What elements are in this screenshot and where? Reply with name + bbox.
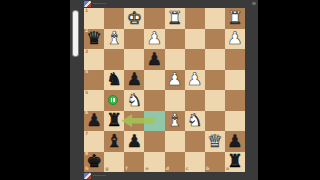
top-player-avatar bbox=[84, 1, 91, 7]
rank-label-7: 7 bbox=[85, 132, 88, 137]
page-background: ——— 1♚♜♜2♛♝♟♟3♟4♞♟♟♟5♞6♟♜♝♞7♝♟♛♟8h♚gfedc… bbox=[70, 0, 258, 180]
square-h8[interactable]: 8h♚ bbox=[84, 152, 104, 173]
square-b6[interactable] bbox=[205, 111, 225, 132]
square-h7[interactable]: 7 bbox=[84, 131, 104, 152]
rank-label-1: 1 bbox=[85, 9, 88, 14]
black-pawn-h6[interactable]: ♟ bbox=[86, 112, 102, 130]
file-label-e: e bbox=[146, 167, 149, 172]
square-f7[interactable]: ♟ bbox=[124, 131, 144, 152]
square-h2[interactable]: 2♛ bbox=[84, 29, 104, 50]
square-f6[interactable] bbox=[124, 111, 144, 132]
square-c5[interactable] bbox=[185, 90, 205, 111]
square-d2[interactable] bbox=[165, 29, 185, 50]
square-e1[interactable] bbox=[144, 8, 164, 29]
square-f1[interactable]: ♚ bbox=[124, 8, 144, 29]
square-f8[interactable]: f bbox=[124, 152, 144, 173]
file-label-c: c bbox=[186, 167, 189, 172]
white-rook-d1[interactable]: ♜ bbox=[167, 9, 183, 27]
square-e5[interactable] bbox=[144, 90, 164, 111]
square-f4[interactable]: ♟ bbox=[124, 70, 144, 91]
square-f3[interactable] bbox=[124, 49, 144, 70]
black-king-h8[interactable]: ♚ bbox=[86, 153, 102, 171]
square-a2[interactable]: ♟ bbox=[225, 29, 245, 50]
square-c3[interactable] bbox=[185, 49, 205, 70]
square-e7[interactable] bbox=[144, 131, 164, 152]
chess-board[interactable]: 1♚♜♜2♛♝♟♟3♟4♞♟♟♟5♞6♟♜♝♞7♝♟♛♟8h♚gfedcba♜ bbox=[84, 8, 245, 172]
square-g1[interactable] bbox=[104, 8, 124, 29]
black-pawn-a7[interactable]: ♟ bbox=[227, 132, 243, 150]
white-bishop-d6[interactable]: ♝ bbox=[167, 112, 183, 130]
white-pawn-a2[interactable]: ♟ bbox=[227, 30, 243, 48]
square-a7[interactable]: ♟ bbox=[225, 131, 245, 152]
bottom-player-avatar bbox=[84, 173, 91, 179]
white-pawn-c4[interactable]: ♟ bbox=[187, 71, 203, 89]
square-g3[interactable] bbox=[104, 49, 124, 70]
square-a4[interactable] bbox=[225, 70, 245, 91]
white-queen-b7[interactable]: ♛ bbox=[207, 132, 223, 150]
square-e3[interactable]: ♟ bbox=[144, 49, 164, 70]
black-pawn-f4[interactable]: ♟ bbox=[126, 71, 142, 89]
square-d3[interactable] bbox=[165, 49, 185, 70]
square-h4[interactable]: 4 bbox=[84, 70, 104, 91]
black-knight-g4[interactable]: ♞ bbox=[106, 71, 122, 89]
top-player-name: ——— bbox=[93, 2, 107, 7]
square-a5[interactable] bbox=[225, 90, 245, 111]
bottom-player-name: ——— bbox=[93, 174, 107, 179]
rank-label-5: 5 bbox=[85, 91, 88, 96]
rank-label-4: 4 bbox=[85, 70, 88, 75]
file-label-f: f bbox=[125, 167, 127, 172]
square-a3[interactable] bbox=[225, 49, 245, 70]
square-e6[interactable] bbox=[144, 111, 164, 132]
square-g6[interactable]: ♜ bbox=[104, 111, 124, 132]
square-g7[interactable]: ♝ bbox=[104, 131, 124, 152]
pause-icon bbox=[108, 95, 119, 106]
square-b7[interactable]: ♛ bbox=[205, 131, 225, 152]
square-d6[interactable]: ♝ bbox=[165, 111, 185, 132]
square-d5[interactable] bbox=[165, 90, 185, 111]
white-pawn-e2[interactable]: ♟ bbox=[147, 30, 163, 48]
square-e2[interactable]: ♟ bbox=[144, 29, 164, 50]
black-rook-g6[interactable]: ♜ bbox=[106, 112, 122, 130]
square-a6[interactable] bbox=[225, 111, 245, 132]
white-knight-f5[interactable]: ♞ bbox=[126, 91, 142, 109]
square-d7[interactable] bbox=[165, 131, 185, 152]
square-a8[interactable]: a♜ bbox=[225, 152, 245, 173]
scrollbar-thumb[interactable] bbox=[72, 10, 79, 57]
square-g8[interactable]: g bbox=[104, 152, 124, 173]
white-bishop-g2[interactable]: ♝ bbox=[106, 30, 122, 48]
file-label-g: g bbox=[105, 167, 108, 172]
black-pawn-f7[interactable]: ♟ bbox=[126, 132, 142, 150]
square-b5[interactable] bbox=[205, 90, 225, 111]
square-b8[interactable]: b bbox=[205, 152, 225, 173]
square-d8[interactable]: d bbox=[165, 152, 185, 173]
rank-label-3: 3 bbox=[85, 50, 88, 55]
square-b1[interactable] bbox=[205, 8, 225, 29]
square-e8[interactable]: e bbox=[144, 152, 164, 173]
square-c1[interactable] bbox=[185, 8, 205, 29]
white-king-f1[interactable]: ♚ bbox=[126, 9, 142, 27]
square-c2[interactable] bbox=[185, 29, 205, 50]
square-b2[interactable] bbox=[205, 29, 225, 50]
white-pawn-d4[interactable]: ♟ bbox=[167, 71, 183, 89]
video-frame: ——— 1♚♜♜2♛♝♟♟3♟4♞♟♟♟5♞6♟♜♝♞7♝♟♛♟8h♚gfedc… bbox=[0, 0, 320, 180]
square-h5[interactable]: 5 bbox=[84, 90, 104, 111]
square-h6[interactable]: 6♟ bbox=[84, 111, 104, 132]
black-bishop-g7[interactable]: ♝ bbox=[106, 132, 122, 150]
white-knight-c6[interactable]: ♞ bbox=[187, 112, 203, 130]
black-queen-h2[interactable]: ♛ bbox=[86, 30, 102, 48]
square-g2[interactable]: ♝ bbox=[104, 29, 124, 50]
square-d1[interactable]: ♜ bbox=[165, 8, 185, 29]
black-rook-a8[interactable]: ♜ bbox=[227, 153, 243, 171]
square-g4[interactable]: ♞ bbox=[104, 70, 124, 91]
square-c7[interactable] bbox=[185, 131, 205, 152]
square-b3[interactable] bbox=[205, 49, 225, 70]
file-label-b: b bbox=[206, 167, 209, 172]
square-e4[interactable] bbox=[144, 70, 164, 91]
square-d4[interactable]: ♟ bbox=[165, 70, 185, 91]
square-c8[interactable]: c bbox=[185, 152, 205, 173]
square-c6[interactable]: ♞ bbox=[185, 111, 205, 132]
square-a1[interactable]: ♜ bbox=[225, 8, 245, 29]
file-label-d: d bbox=[166, 167, 169, 172]
square-h1[interactable]: 1 bbox=[84, 8, 104, 29]
white-rook-a1[interactable]: ♜ bbox=[227, 9, 243, 27]
square-h3[interactable]: 3 bbox=[84, 49, 104, 70]
square-c4[interactable]: ♟ bbox=[185, 70, 205, 91]
bottom-player-nameplate[interactable]: ——— bbox=[84, 172, 204, 180]
square-f2[interactable] bbox=[124, 29, 144, 50]
square-f5[interactable]: ♞ bbox=[124, 90, 144, 111]
square-b4[interactable] bbox=[205, 70, 225, 91]
top-player-nameplate[interactable]: ——— bbox=[84, 0, 204, 8]
black-pawn-e3[interactable]: ♟ bbox=[147, 50, 163, 68]
settings-dot-icon[interactable] bbox=[252, 2, 256, 6]
